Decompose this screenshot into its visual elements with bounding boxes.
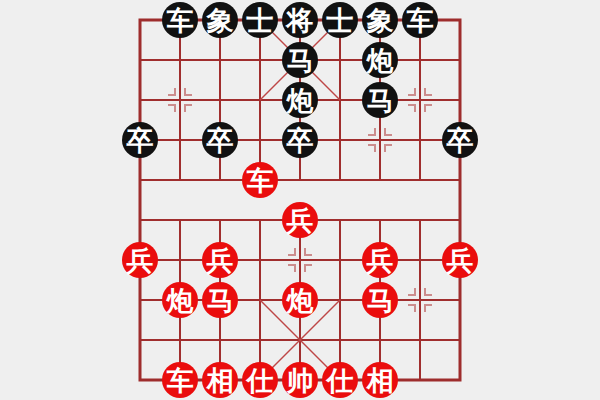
piece-black-horse[interactable]: 马	[362, 82, 398, 118]
intersection-6-3	[360, 120, 400, 160]
intersection-8-8	[440, 320, 480, 360]
intersection-0-5	[120, 200, 160, 240]
intersection-2-1	[200, 40, 240, 80]
intersection-4-5: 兵	[280, 200, 320, 240]
intersection-8-0	[440, 0, 480, 40]
intersection-4-0: 将	[280, 0, 320, 40]
piece-red-soldier[interactable]: 兵	[122, 242, 158, 278]
piece-black-chariot[interactable]: 车	[162, 2, 198, 38]
piece-black-advisor[interactable]: 士	[242, 2, 278, 38]
intersection-3-0: 士	[240, 0, 280, 40]
intersection-6-8	[360, 320, 400, 360]
piece-black-cannon[interactable]: 炮	[362, 42, 398, 78]
intersection-5-8	[320, 320, 360, 360]
intersection-6-7: 马	[360, 280, 400, 320]
intersection-1-6	[160, 240, 200, 280]
piece-red-cannon[interactable]: 炮	[282, 282, 318, 318]
piece-black-elephant[interactable]: 象	[362, 2, 398, 38]
piece-red-general[interactable]: 帅	[282, 362, 318, 398]
intersection-0-1	[120, 40, 160, 80]
intersection-6-1: 炮	[360, 40, 400, 80]
intersection-8-7	[440, 280, 480, 320]
intersection-4-1: 马	[280, 40, 320, 80]
intersection-2-3: 卒	[200, 120, 240, 160]
intersection-2-2	[200, 80, 240, 120]
intersection-0-3: 卒	[120, 120, 160, 160]
piece-black-chariot[interactable]: 车	[402, 2, 438, 38]
piece-black-cannon[interactable]: 炮	[282, 82, 318, 118]
intersection-4-6	[280, 240, 320, 280]
piece-red-elephant[interactable]: 相	[202, 362, 238, 398]
piece-black-horse[interactable]: 马	[282, 42, 318, 78]
intersection-3-3	[240, 120, 280, 160]
xiangqi-app: 车象士将士象车马炮炮马卒卒卒卒车兵兵兵兵兵炮马炮马车相仕帅仕相	[0, 0, 600, 400]
piece-red-elephant[interactable]: 相	[362, 362, 398, 398]
intersection-2-7: 马	[200, 280, 240, 320]
piece-red-horse[interactable]: 马	[362, 282, 398, 318]
intersection-0-0	[120, 0, 160, 40]
piece-black-soldier[interactable]: 卒	[122, 122, 158, 158]
intersection-2-6: 兵	[200, 240, 240, 280]
intersection-4-2: 炮	[280, 80, 320, 120]
intersection-1-0: 车	[160, 0, 200, 40]
intersection-5-4	[320, 160, 360, 200]
intersection-0-8	[120, 320, 160, 360]
piece-black-soldier[interactable]: 卒	[202, 122, 238, 158]
intersection-8-5	[440, 200, 480, 240]
intersection-0-6: 兵	[120, 240, 160, 280]
piece-red-cannon[interactable]: 炮	[162, 282, 198, 318]
intersection-6-2: 马	[360, 80, 400, 120]
intersection-5-9: 仕	[320, 360, 360, 400]
intersection-7-5	[400, 200, 440, 240]
intersection-6-9: 相	[360, 360, 400, 400]
intersection-8-6: 兵	[440, 240, 480, 280]
intersection-8-4	[440, 160, 480, 200]
intersection-4-7: 炮	[280, 280, 320, 320]
piece-black-advisor[interactable]: 士	[322, 2, 358, 38]
intersection-4-9: 帅	[280, 360, 320, 400]
intersection-1-5	[160, 200, 200, 240]
intersection-7-0: 车	[400, 0, 440, 40]
piece-red-advisor[interactable]: 仕	[242, 362, 278, 398]
intersection-5-0: 士	[320, 0, 360, 40]
piece-red-soldier[interactable]: 兵	[362, 242, 398, 278]
intersection-3-8	[240, 320, 280, 360]
intersection-3-6	[240, 240, 280, 280]
intersection-1-9: 车	[160, 360, 200, 400]
intersection-3-7	[240, 280, 280, 320]
intersection-7-8	[400, 320, 440, 360]
piece-red-soldier[interactable]: 兵	[202, 242, 238, 278]
intersection-1-8	[160, 320, 200, 360]
intersection-2-5	[200, 200, 240, 240]
intersection-6-6: 兵	[360, 240, 400, 280]
intersection-6-4	[360, 160, 400, 200]
intersection-1-2	[160, 80, 200, 120]
intersection-3-1	[240, 40, 280, 80]
intersection-7-2	[400, 80, 440, 120]
intersection-3-5	[240, 200, 280, 240]
intersection-5-7	[320, 280, 360, 320]
intersection-8-2	[440, 80, 480, 120]
intersection-7-7	[400, 280, 440, 320]
intersection-1-4	[160, 160, 200, 200]
piece-red-soldier[interactable]: 兵	[442, 242, 478, 278]
intersection-0-7	[120, 280, 160, 320]
intersection-0-9	[120, 360, 160, 400]
intersection-7-3	[400, 120, 440, 160]
intersection-2-4	[200, 160, 240, 200]
intersection-2-9: 相	[200, 360, 240, 400]
intersection-0-2	[120, 80, 160, 120]
intersection-0-4	[120, 160, 160, 200]
intersection-1-3	[160, 120, 200, 160]
piece-red-advisor[interactable]: 仕	[322, 362, 358, 398]
intersection-4-3: 卒	[280, 120, 320, 160]
intersection-4-4	[280, 160, 320, 200]
intersection-7-4	[400, 160, 440, 200]
piece-black-soldier[interactable]: 卒	[282, 122, 318, 158]
piece-black-soldier[interactable]: 卒	[442, 122, 478, 158]
intersection-5-3	[320, 120, 360, 160]
intersection-2-8	[200, 320, 240, 360]
piece-red-chariot[interactable]: 车	[242, 162, 278, 198]
board-grid: 车象士将士象车马炮炮马卒卒卒卒车兵兵兵兵兵炮马炮马车相仕帅仕相	[120, 0, 480, 400]
intersection-3-2	[240, 80, 280, 120]
intersection-8-1	[440, 40, 480, 80]
intersection-1-7: 炮	[160, 280, 200, 320]
intersection-4-8	[280, 320, 320, 360]
intersection-8-9	[440, 360, 480, 400]
piece-red-horse[interactable]: 马	[202, 282, 238, 318]
intersection-5-6	[320, 240, 360, 280]
intersection-6-0: 象	[360, 0, 400, 40]
intersection-3-4: 车	[240, 160, 280, 200]
piece-red-chariot[interactable]: 车	[162, 362, 198, 398]
intersection-7-9	[400, 360, 440, 400]
intersection-5-1	[320, 40, 360, 80]
intersection-7-1	[400, 40, 440, 80]
intersection-5-5	[320, 200, 360, 240]
intersection-1-1	[160, 40, 200, 80]
piece-black-elephant[interactable]: 象	[202, 2, 238, 38]
intersection-6-5	[360, 200, 400, 240]
piece-red-soldier[interactable]: 兵	[282, 202, 318, 238]
intersection-2-0: 象	[200, 0, 240, 40]
intersection-7-6	[400, 240, 440, 280]
intersection-3-9: 仕	[240, 360, 280, 400]
intersection-8-3: 卒	[440, 120, 480, 160]
intersection-5-2	[320, 80, 360, 120]
piece-black-general[interactable]: 将	[282, 2, 318, 38]
